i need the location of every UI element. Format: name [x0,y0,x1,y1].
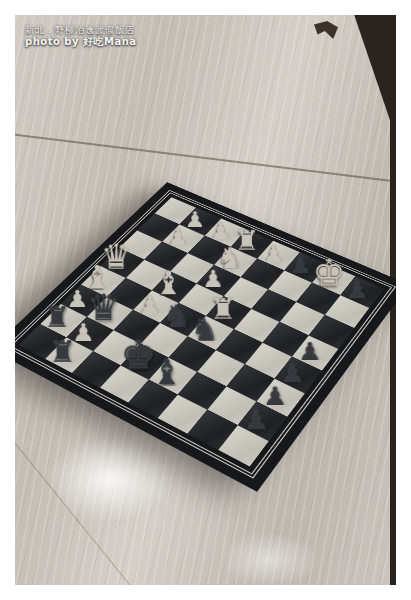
piece-white-B-c5[interactable]: ♝ [152,267,184,299]
square-c7[interactable] [188,236,231,265]
piece-white-P-d6[interactable]: ♟ [197,260,229,292]
square-d7[interactable] [214,247,257,277]
piece-white-P-b7[interactable]: ♟ [163,219,194,250]
square-b6[interactable] [144,242,187,272]
table-corner-bracket [314,21,338,39]
square-a5[interactable] [100,248,144,278]
square-f8[interactable] [284,252,327,282]
piece-white-P-c8[interactable]: ♟ [205,213,236,244]
watermark-line2: photo by 好吃Mana [25,36,137,48]
square-h7[interactable] [325,295,370,328]
piece-white-P-e8[interactable]: ♟ [258,236,289,267]
watermark-line1: 新北．野柳泊逸渡假飯店 [25,24,137,36]
watermark: 新北．野柳泊逸渡假飯店 photo by 好吃Mana [25,24,137,48]
square-a6[interactable] [119,231,162,260]
piece-black-P-h8[interactable]: ♟ [341,271,373,303]
chess-board-wrap: ♟♟♜♟♟♚♟♟♞♟♛♝♜♟♝♟♞♞♟♟♛♟♜♟♚♝♟♜ [15,107,396,537]
square-e8[interactable] [257,241,300,271]
piece-white-P-b8[interactable]: ♟ [180,202,210,232]
piece-white-N-d7[interactable]: ♞ [215,242,247,274]
square-b5[interactable] [126,260,170,291]
square-g8[interactable] [312,264,355,295]
board-pinstripe: ♟♟♜♟♟♚♟♟♞♟♛♝♜♟♝♟♞♞♟♟♛♟♜♟♚♝♟♜ [15,190,396,478]
piece-white-K-g8[interactable]: ♚ [313,259,345,291]
square-c6[interactable] [170,253,214,283]
square-d8[interactable] [231,230,273,259]
square-c8[interactable] [205,219,247,247]
marble-table: 新北．野柳泊逸渡假飯店 photo by 好吃Mana ♟♟♜♟♟♚♟♟♞♟♛♝… [15,15,396,585]
piece-white-Q-a5[interactable]: ♛ [101,243,133,275]
piece-black-P-f8[interactable]: ♟ [285,247,317,279]
chess-board-frame: ♟♟♜♟♟♚♟♟♞♟♛♝♜♟♝♟♞♞♟♟♛♟♜♟♚♝♟♜ [15,182,396,492]
square-g7[interactable] [296,283,340,315]
square-h8[interactable] [340,276,384,308]
photo-frame: 新北．野柳泊逸渡假飯店 photo by 好吃Mana ♟♟♜♟♟♚♟♟♞♟♛♝… [0,0,411,600]
square-f7[interactable] [268,271,312,302]
square-a7[interactable] [137,214,179,242]
square-b7[interactable] [162,225,205,254]
square-b8[interactable] [179,208,221,236]
chess-board[interactable]: ♟♟♜♟♟♚♟♟♞♟♛♝♜♟♝♟♞♞♟♟♛♟♜♟♚♝♟♜ [19,197,385,466]
piece-white-R-d8[interactable]: ♜ [231,224,262,255]
square-a8[interactable] [155,197,197,224]
square-e7[interactable] [241,259,285,290]
